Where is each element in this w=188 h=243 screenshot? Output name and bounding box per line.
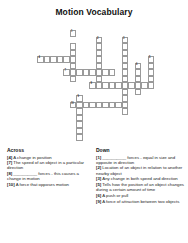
clue-text: Any change in both speed and direction (102, 176, 178, 181)
page-title: Motion Vocabulary (0, 7, 188, 17)
clue-text: A force of attraction between two object… (102, 199, 179, 204)
down-clues: Down [1]__________ forces - equal in siz… (96, 147, 184, 205)
clue-item: [5]Tells how the position of an object c… (96, 182, 184, 192)
clue-item: [3]Any change in both speed and directio… (96, 176, 184, 181)
clue-number: 5 (149, 57, 150, 60)
clue-item: [10]A force that opposes motion (7, 182, 93, 187)
clue-number: 8 (90, 83, 91, 86)
clue-text: __________ forces - equal in size and op… (96, 155, 175, 165)
clue-text: A force that opposes motion (16, 182, 69, 187)
clue-text: A push or pull (102, 193, 128, 198)
clue-item: [7]The speed of an object in a particula… (7, 160, 93, 170)
clue-number: 1 (71, 31, 72, 34)
clue-number: 6 (136, 64, 137, 67)
clue-text: A change in position (13, 155, 51, 160)
clue-item: [8]__________ forces - this causes a cha… (7, 171, 93, 181)
clue-label: [3] (96, 176, 101, 181)
grid-cell[interactable] (122, 108, 129, 115)
grid-cell[interactable] (135, 89, 142, 96)
grid-cell[interactable] (148, 82, 155, 89)
clue-number: 3 (123, 38, 124, 41)
clue-item: [4]A change in position (7, 155, 93, 160)
clue-label: [10] (7, 182, 15, 187)
grid-cell[interactable] (76, 134, 83, 141)
down-header: Down (96, 147, 184, 153)
clue-item: [2]Location of an object in relation to … (96, 165, 184, 175)
across-header: Across (7, 147, 93, 153)
across-clues: Across [4]A change in position [7]The sp… (7, 147, 93, 188)
clue-text: Location of an object in relation to ano… (96, 165, 182, 175)
clue-number: 2 (97, 38, 98, 41)
clue-item: [9]A force of attraction between two obj… (96, 199, 184, 204)
grid-cell[interactable]: 1 (70, 30, 77, 37)
clue-item: [6]A push or pull (96, 193, 184, 198)
clue-number: 4 (38, 57, 39, 60)
crossword-board: 12345678910 (37, 30, 154, 141)
clue-label: [9] (96, 199, 101, 204)
clue-label: [4] (7, 155, 12, 160)
clue-item: [1]__________ forces - equal in size and… (96, 155, 184, 165)
down-clue-list: [1]__________ forces - equal in size and… (96, 155, 184, 205)
grid-cell[interactable] (70, 76, 77, 83)
clue-text: The speed of an object in a particular d… (7, 160, 84, 170)
across-clue-list: [4]A change in position [7]The speed of … (7, 155, 93, 188)
grid-cell[interactable] (109, 69, 116, 76)
clue-number: 10 (71, 103, 74, 106)
clue-text: __________ forces - this causes a change… (7, 171, 79, 181)
clue-number: 7 (64, 70, 65, 73)
clue-number: 9 (77, 96, 78, 99)
clue-text: Tells how the position of an object chan… (96, 182, 184, 192)
clue-label: [6] (96, 193, 101, 198)
